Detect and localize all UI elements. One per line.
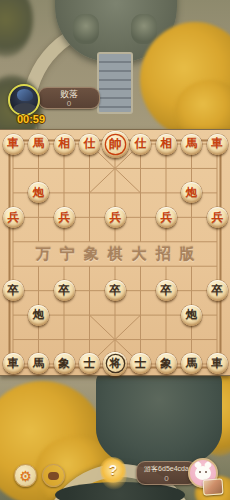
piece-glyph: 将 (107, 355, 124, 372)
piece-black-horse[interactable]: 馬 (181, 353, 202, 374)
opponent-name: 败落 (60, 89, 78, 99)
piece-glyph: 炮 (186, 187, 198, 199)
opponent-nameplate: 败落 0 (38, 87, 100, 109)
chat-button[interactable] (42, 464, 65, 487)
piece-red-king[interactable]: 帥 (102, 131, 129, 158)
piece-glyph: 兵 (211, 212, 223, 224)
piece-red-advisor[interactable]: 仕 (79, 134, 100, 155)
piece-glyph: 相 (160, 138, 172, 150)
piece-black-pawn[interactable]: 卒 (54, 280, 75, 301)
piece-black-pawn[interactable]: 卒 (105, 280, 126, 301)
piece-black-pawn[interactable]: 卒 (207, 280, 228, 301)
piece-red-rook[interactable]: 車 (3, 134, 24, 155)
xiangqi-board[interactable]: 万宁象棋大招版 車馬相仕帥仕相馬車炮炮兵兵兵兵兵卒卒卒卒卒炮炮車馬象士将士象馬車 (0, 129, 230, 376)
piece-glyph: 炮 (33, 309, 45, 321)
piece-glyph: 卒 (7, 285, 19, 297)
piece-black-elephant[interactable]: 象 (156, 353, 177, 374)
gear-icon: ⚙ (19, 469, 32, 483)
opponent-score: 0 (67, 99, 71, 108)
cat-avatar-icon (195, 466, 211, 480)
piece-glyph: 車 (211, 138, 223, 150)
avatar-portrait (17, 89, 33, 101)
help-button[interactable]: ? (100, 457, 126, 483)
board-grid[interactable]: 車馬相仕帥仕相馬車炮炮兵兵兵兵兵卒卒卒卒卒炮炮車馬象士将士象馬車 (0, 132, 230, 376)
piece-glyph: 象 (160, 358, 172, 370)
piece-red-pawn[interactable]: 兵 (156, 207, 177, 228)
tree-shadow (0, 0, 33, 57)
chat-bubble-icon (48, 472, 59, 480)
piece-black-rook[interactable]: 車 (207, 353, 228, 374)
piece-black-pawn[interactable]: 卒 (3, 280, 24, 301)
opponent-avatar[interactable] (8, 84, 40, 116)
dragon-carving-icon (73, 14, 99, 44)
piece-black-cannon[interactable]: 炮 (28, 305, 49, 326)
piece-glyph: 兵 (7, 212, 19, 224)
stone-gate (96, 376, 222, 468)
player-score: 0 (164, 474, 168, 483)
piece-glyph: 馬 (186, 358, 198, 370)
piece-glyph: 相 (58, 138, 70, 150)
piece-black-elephant[interactable]: 象 (54, 353, 75, 374)
piece-glyph: 士 (135, 358, 147, 370)
piece-black-king[interactable]: 将 (103, 352, 127, 376)
piece-glyph: 卒 (109, 285, 121, 297)
piece-black-cannon[interactable]: 炮 (181, 305, 202, 326)
piece-glyph: 兵 (58, 212, 70, 224)
piece-black-horse[interactable]: 馬 (28, 353, 49, 374)
piece-glyph: 兵 (160, 212, 172, 224)
piece-glyph: 車 (211, 358, 223, 370)
piece-glyph: 象 (58, 358, 70, 370)
player-name: 游客6d5e4cda (144, 464, 189, 474)
piece-glyph: 卒 (58, 285, 70, 297)
piece-red-pawn[interactable]: 兵 (54, 207, 75, 228)
xiangqi-app: 万宁象棋大招版 車馬相仕帥仕相馬車炮炮兵兵兵兵兵卒卒卒卒卒炮炮車馬象士将士象馬車… (0, 0, 230, 500)
piece-glyph: 馬 (186, 138, 198, 150)
piece-red-rook[interactable]: 車 (207, 134, 228, 155)
piece-black-advisor[interactable]: 士 (130, 353, 151, 374)
piece-black-advisor[interactable]: 士 (79, 353, 100, 374)
opponent-timer: 00:59 (9, 113, 53, 125)
piece-black-rook[interactable]: 車 (3, 353, 24, 374)
stone-steps (97, 52, 133, 114)
piece-glyph: 馬 (33, 138, 45, 150)
question-mark-icon: ? (109, 462, 118, 478)
piece-glyph: 士 (84, 358, 96, 370)
piece-glyph: 兵 (109, 212, 121, 224)
piece-glyph: 卒 (211, 285, 223, 297)
dragon-carving-icon (131, 14, 157, 44)
piece-red-advisor[interactable]: 仕 (130, 134, 151, 155)
piece-glyph: 帥 (106, 135, 125, 154)
piece-glyph: 馬 (33, 358, 45, 370)
piece-red-elephant[interactable]: 相 (54, 134, 75, 155)
piece-glyph: 車 (7, 138, 19, 150)
piece-red-pawn[interactable]: 兵 (105, 207, 126, 228)
piece-red-cannon[interactable]: 炮 (181, 182, 202, 203)
piece-red-elephant[interactable]: 相 (156, 134, 177, 155)
piece-glyph: 卒 (160, 285, 172, 297)
piece-glyph: 車 (7, 358, 19, 370)
piece-red-horse[interactable]: 馬 (28, 134, 49, 155)
piece-black-pawn[interactable]: 卒 (156, 280, 177, 301)
item-badge[interactable] (202, 478, 223, 495)
cat-avatar-icon (205, 471, 207, 473)
piece-glyph: 炮 (33, 187, 45, 199)
settings-button[interactable]: ⚙ (14, 464, 37, 487)
piece-red-horse[interactable]: 馬 (181, 134, 202, 155)
piece-red-pawn[interactable]: 兵 (207, 207, 228, 228)
piece-glyph: 仕 (135, 138, 147, 150)
piece-red-cannon[interactable]: 炮 (28, 182, 49, 203)
cat-avatar-icon (199, 471, 201, 473)
piece-red-pawn[interactable]: 兵 (3, 207, 24, 228)
piece-glyph: 炮 (186, 309, 198, 321)
piece-glyph: 仕 (84, 138, 96, 150)
